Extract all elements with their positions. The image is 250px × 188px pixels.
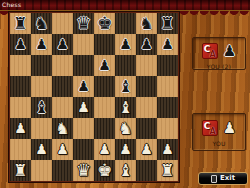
square-d4[interactable]: ♟ — [73, 97, 94, 118]
square-a5[interactable] — [10, 76, 31, 97]
square-h3[interactable] — [157, 118, 178, 139]
piece-white-pawn: ♟ — [56, 139, 69, 160]
square-h4[interactable] — [157, 97, 178, 118]
piece-black-rook: ♜ — [13, 13, 27, 34]
square-d2[interactable] — [73, 139, 94, 160]
piece-black-rook: ♜ — [160, 13, 174, 34]
square-d8[interactable]: ♛ — [73, 13, 94, 34]
piece-white-queen: ♛ — [76, 160, 91, 181]
exit-door-icon — [211, 175, 217, 183]
piece-white-pawn: ♟ — [161, 139, 174, 160]
square-e3[interactable] — [94, 118, 115, 139]
piece-white-knight: ♞ — [118, 118, 132, 139]
piece-white-pawn: ♟ — [98, 139, 111, 160]
square-f2[interactable]: ♟ — [115, 139, 136, 160]
title-bar: Chess — [0, 0, 250, 11]
piece-black-pawn: ♟ — [35, 34, 48, 55]
piece-black-knight: ♞ — [34, 13, 48, 34]
square-e5[interactable] — [94, 76, 115, 97]
square-a4[interactable] — [10, 97, 31, 118]
square-a6[interactable] — [10, 55, 31, 76]
square-c1[interactable] — [52, 160, 73, 181]
player-panel-black: C A ♟ YOU (2) — [192, 37, 246, 70]
square-f4[interactable]: ♝ — [115, 97, 136, 118]
black-pawn-icon: ♟ — [223, 42, 236, 60]
player-panel-white: C A ♟ YOU — [192, 113, 246, 151]
piece-black-knight: ♞ — [139, 13, 153, 34]
chess-board[interactable]: ♜♞♛♚♞♜♟♟♟♟♟♟♟♟♝♝♟♝♟♞♞♟♟♟♟♟♟♜♛♚♝♜ — [9, 12, 179, 182]
square-e2[interactable]: ♟ — [94, 139, 115, 160]
piece-black-king: ♚ — [97, 13, 112, 34]
square-f7[interactable]: ♟ — [115, 34, 136, 55]
square-h6[interactable] — [157, 55, 178, 76]
square-e6[interactable]: ♟ — [94, 55, 115, 76]
square-e7[interactable] — [94, 34, 115, 55]
piece-white-pawn: ♟ — [14, 118, 27, 139]
square-c6[interactable] — [52, 55, 73, 76]
piece-black-pawn: ♟ — [14, 34, 27, 55]
square-c8[interactable] — [52, 13, 73, 34]
window-title: Chess — [2, 0, 21, 10]
square-g2[interactable]: ♟ — [136, 139, 157, 160]
piece-black-pawn: ♟ — [161, 34, 174, 55]
square-b7[interactable]: ♟ — [31, 34, 52, 55]
player-label-black: YOU (2) — [207, 63, 231, 70]
square-d3[interactable] — [73, 118, 94, 139]
piece-white-pawn: ♟ — [77, 97, 90, 118]
square-b5[interactable] — [31, 76, 52, 97]
piece-black-bishop: ♝ — [34, 97, 48, 118]
square-c2[interactable]: ♟ — [52, 139, 73, 160]
square-g5[interactable] — [136, 76, 157, 97]
square-e1[interactable]: ♚ — [94, 160, 115, 181]
piece-black-pawn: ♟ — [77, 76, 90, 97]
square-f3[interactable]: ♞ — [115, 118, 136, 139]
square-c3[interactable]: ♞ — [52, 118, 73, 139]
piece-black-pawn: ♟ — [56, 34, 69, 55]
piece-white-pawn: ♟ — [119, 139, 132, 160]
square-h5[interactable] — [157, 76, 178, 97]
square-e4[interactable] — [94, 97, 115, 118]
square-f6[interactable] — [115, 55, 136, 76]
ca-logo-icon: C A — [202, 120, 218, 136]
player-label-white: YOU — [212, 140, 225, 147]
square-h8[interactable]: ♜ — [157, 13, 178, 34]
square-f1[interactable]: ♝ — [115, 160, 136, 181]
piece-white-bishop: ♝ — [118, 97, 132, 118]
white-pawn-icon: ♟ — [223, 119, 236, 137]
square-b3[interactable] — [31, 118, 52, 139]
piece-white-pawn: ♟ — [35, 139, 48, 160]
piece-white-pawn: ♟ — [140, 139, 153, 160]
square-c5[interactable] — [52, 76, 73, 97]
square-a8[interactable]: ♜ — [10, 13, 31, 34]
exit-button[interactable]: Exit — [198, 172, 248, 185]
piece-black-pawn: ♟ — [98, 55, 111, 76]
piece-white-king: ♚ — [97, 160, 112, 181]
square-h7[interactable]: ♟ — [157, 34, 178, 55]
square-f5[interactable]: ♝ — [115, 76, 136, 97]
square-b2[interactable]: ♟ — [31, 139, 52, 160]
exit-button-label: Exit — [220, 173, 235, 184]
piece-black-pawn: ♟ — [140, 34, 153, 55]
square-d6[interactable] — [73, 55, 94, 76]
square-b8[interactable]: ♞ — [31, 13, 52, 34]
square-c4[interactable] — [52, 97, 73, 118]
square-g6[interactable] — [136, 55, 157, 76]
square-e8[interactable]: ♚ — [94, 13, 115, 34]
square-h1[interactable]: ♜ — [157, 160, 178, 181]
square-d7[interactable] — [73, 34, 94, 55]
square-g1[interactable] — [136, 160, 157, 181]
square-b1[interactable] — [31, 160, 52, 181]
square-b6[interactable] — [31, 55, 52, 76]
square-a3[interactable]: ♟ — [10, 118, 31, 139]
piece-black-pawn: ♟ — [119, 34, 132, 55]
piece-black-bishop: ♝ — [118, 76, 132, 97]
square-h2[interactable]: ♟ — [157, 139, 178, 160]
square-a7[interactable]: ♟ — [10, 34, 31, 55]
piece-white-bishop: ♝ — [118, 160, 132, 181]
square-g3[interactable] — [136, 118, 157, 139]
square-a2[interactable] — [10, 139, 31, 160]
square-b4[interactable]: ♝ — [31, 97, 52, 118]
square-g7[interactable]: ♟ — [136, 34, 157, 55]
square-a1[interactable]: ♜ — [10, 160, 31, 181]
square-d1[interactable]: ♛ — [73, 160, 94, 181]
square-g8[interactable]: ♞ — [136, 13, 157, 34]
piece-white-knight: ♞ — [55, 118, 69, 139]
piece-black-queen: ♛ — [76, 13, 91, 34]
chess-app-window: Chess ♜♞♛♚♞♜♟♟♟♟♟♟♟♟♝♝♟♝♟♞♞♟♟♟♟♟♟♜♛♚♝♜ C… — [0, 0, 250, 188]
square-g4[interactable] — [136, 97, 157, 118]
piece-white-rook: ♜ — [160, 160, 174, 181]
square-c7[interactable]: ♟ — [52, 34, 73, 55]
square-d5[interactable]: ♟ — [73, 76, 94, 97]
piece-white-rook: ♜ — [13, 160, 27, 181]
ca-logo-icon: C A — [202, 43, 218, 59]
square-f8[interactable] — [115, 13, 136, 34]
